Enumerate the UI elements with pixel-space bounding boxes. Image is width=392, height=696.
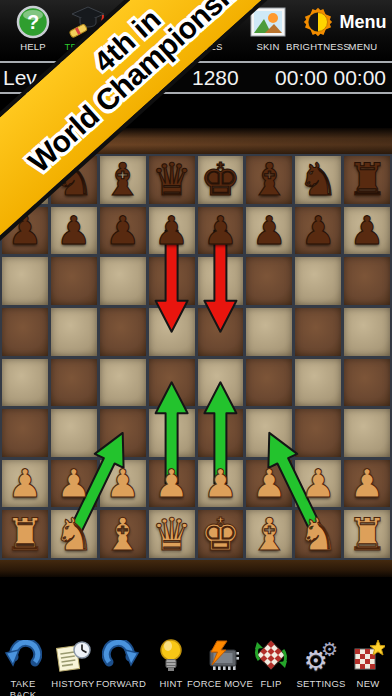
- flip-label: FLIP: [249, 678, 293, 689]
- black-king-e8[interactable]: ♚: [198, 156, 244, 204]
- square-g3[interactable]: [295, 409, 341, 457]
- redo-arrow-icon: [91, 636, 151, 674]
- square-f1[interactable]: ♝: [246, 510, 292, 558]
- flip-button[interactable]: FLIP: [249, 636, 293, 694]
- black-bishop-f8[interactable]: ♝: [246, 156, 292, 204]
- menu-text: Menu: [340, 12, 387, 33]
- square-h2[interactable]: ♟: [344, 460, 390, 508]
- square-g1[interactable]: ♞: [295, 510, 341, 558]
- square-g5[interactable]: [295, 308, 341, 356]
- square-d2[interactable]: ♟: [149, 460, 195, 508]
- square-d4[interactable]: [149, 359, 195, 407]
- white-bishop-c1[interactable]: ♝: [100, 510, 146, 558]
- chess-app-screen: ? HELP TRAINING MODE: [0, 0, 392, 696]
- square-a1[interactable]: ♜: [2, 510, 48, 558]
- black-pawn-b7[interactable]: ♟: [51, 207, 97, 255]
- white-knight-g1[interactable]: ♞: [295, 510, 341, 558]
- square-b2[interactable]: ♟: [51, 460, 97, 508]
- white-pawn-h2[interactable]: ♟: [344, 460, 390, 508]
- square-e8[interactable]: ♚: [198, 156, 244, 204]
- square-e3[interactable]: [198, 409, 244, 457]
- square-g6[interactable]: [295, 257, 341, 305]
- square-h8[interactable]: ♜: [344, 156, 390, 204]
- take-back-label: TAKE BACK: [0, 678, 50, 696]
- square-f3[interactable]: [246, 409, 292, 457]
- square-f4[interactable]: [246, 359, 292, 407]
- square-a2[interactable]: ♟: [2, 460, 48, 508]
- square-c3[interactable]: [100, 409, 146, 457]
- gears-icon: ⚙⚙: [290, 636, 352, 674]
- square-b5[interactable]: [51, 308, 97, 356]
- white-knight-b1[interactable]: ♞: [51, 510, 97, 558]
- square-b6[interactable]: [51, 257, 97, 305]
- square-c6[interactable]: [100, 257, 146, 305]
- square-a6[interactable]: [2, 257, 48, 305]
- square-b3[interactable]: [51, 409, 97, 457]
- black-queen-d8[interactable]: ♛: [149, 156, 195, 204]
- square-a4[interactable]: [2, 359, 48, 407]
- white-pawn-e2[interactable]: ♟: [198, 460, 244, 508]
- square-d7[interactable]: ♟: [149, 207, 195, 255]
- menu-button[interactable]: Menu MENU: [335, 2, 391, 60]
- chip-lightning-icon: [185, 636, 255, 674]
- white-queen-d1[interactable]: ♛: [149, 510, 195, 558]
- force-move-button[interactable]: FORCE MOVE: [185, 636, 255, 694]
- square-d6[interactable]: [149, 257, 195, 305]
- white-pawn-f2[interactable]: ♟: [246, 460, 292, 508]
- black-knight-g8[interactable]: ♞: [295, 156, 341, 204]
- square-b1[interactable]: ♞: [51, 510, 97, 558]
- help-button[interactable]: ? HELP: [5, 2, 61, 60]
- help-label: HELP: [5, 42, 61, 52]
- black-rook-h8[interactable]: ♜: [344, 156, 390, 204]
- square-b7[interactable]: ♟: [51, 207, 97, 255]
- square-e2[interactable]: ♟: [198, 460, 244, 508]
- white-bishop-f1[interactable]: ♝: [246, 510, 292, 558]
- forward-button[interactable]: FORWARD: [91, 636, 151, 694]
- force-move-label: FORCE MOVE: [185, 678, 255, 689]
- square-c2[interactable]: ♟: [100, 460, 146, 508]
- square-h1[interactable]: ♜: [344, 510, 390, 558]
- square-a5[interactable]: [2, 308, 48, 356]
- help-icon: ?: [5, 2, 61, 42]
- black-pawn-f7[interactable]: ♟: [246, 207, 292, 255]
- black-pawn-c7[interactable]: ♟: [100, 207, 146, 255]
- square-d3[interactable]: [149, 409, 195, 457]
- rating-value: 1280: [192, 66, 239, 90]
- square-e1[interactable]: ♚: [198, 510, 244, 558]
- flip-board-icon: [249, 636, 293, 674]
- board-frame-bottom: [0, 560, 392, 577]
- board-squares: ♜♞♝♛♚♝♞♜♟♟♟♟♟♟♟♟♟♟♟♟♟♟♟♟♜♞♝♛♚♝♞♜: [0, 154, 392, 560]
- black-pawn-e7[interactable]: ♟: [198, 207, 244, 255]
- bottom-toolbar: TAKE BACK HISTORY: [0, 630, 392, 696]
- black-pawn-h7[interactable]: ♟: [344, 207, 390, 255]
- settings-label: SETTINGS: [290, 678, 352, 689]
- square-h3[interactable]: [344, 409, 390, 457]
- new-label: NEW: [346, 678, 390, 689]
- square-e5[interactable]: [198, 308, 244, 356]
- new-board-star-icon: [346, 636, 390, 674]
- square-c8[interactable]: ♝: [100, 156, 146, 204]
- black-pawn-d7[interactable]: ♟: [149, 207, 195, 255]
- forward-label: FORWARD: [91, 678, 151, 689]
- new-game-button[interactable]: NEW: [346, 636, 390, 694]
- square-f2[interactable]: ♟: [246, 460, 292, 508]
- white-pawn-a2[interactable]: ♟: [2, 460, 48, 508]
- square-g2[interactable]: ♟: [295, 460, 341, 508]
- square-f6[interactable]: [246, 257, 292, 305]
- white-pawn-d2[interactable]: ♟: [149, 460, 195, 508]
- menu-label: MENU: [335, 42, 391, 52]
- square-e4[interactable]: [198, 359, 244, 407]
- square-c5[interactable]: [100, 308, 146, 356]
- settings-button[interactable]: ⚙⚙ SETTINGS: [290, 636, 352, 694]
- square-a3[interactable]: [2, 409, 48, 457]
- take-back-button[interactable]: TAKE BACK: [0, 636, 50, 694]
- square-f8[interactable]: ♝: [246, 156, 292, 204]
- square-b4[interactable]: [51, 359, 97, 407]
- square-f5[interactable]: [246, 308, 292, 356]
- square-h6[interactable]: [344, 257, 390, 305]
- black-bishop-c8[interactable]: ♝: [100, 156, 146, 204]
- black-pawn-g7[interactable]: ♟: [295, 207, 341, 255]
- square-g7[interactable]: ♟: [295, 207, 341, 255]
- svg-text:?: ?: [27, 11, 39, 33]
- undo-arrow-icon: [0, 636, 50, 674]
- white-pawn-b2[interactable]: ♟: [51, 460, 97, 508]
- square-g8[interactable]: ♞: [295, 156, 341, 204]
- square-f7[interactable]: ♟: [246, 207, 292, 255]
- square-e6[interactable]: [198, 257, 244, 305]
- chess-board: ♜♞♝♛♚♝♞♜♟♟♟♟♟♟♟♟♟♟♟♟♟♟♟♟♜♞♝♛♚♝♞♜: [0, 128, 392, 577]
- white-rook-a1[interactable]: ♜: [2, 510, 48, 558]
- square-d8[interactable]: ♛: [149, 156, 195, 204]
- square-c1[interactable]: ♝: [100, 510, 146, 558]
- square-h7[interactable]: ♟: [344, 207, 390, 255]
- square-h4[interactable]: [344, 359, 390, 407]
- square-g4[interactable]: [295, 359, 341, 407]
- white-pawn-g2[interactable]: ♟: [295, 460, 341, 508]
- white-pawn-c2[interactable]: ♟: [100, 460, 146, 508]
- game-clocks: 00:00 00:00: [275, 66, 386, 90]
- square-c7[interactable]: ♟: [100, 207, 146, 255]
- white-rook-h1[interactable]: ♜: [344, 510, 390, 558]
- white-king-e1[interactable]: ♚: [198, 510, 244, 558]
- square-e7[interactable]: ♟: [198, 207, 244, 255]
- square-d1[interactable]: ♛: [149, 510, 195, 558]
- square-h5[interactable]: [344, 308, 390, 356]
- square-c4[interactable]: [100, 359, 146, 407]
- square-d5[interactable]: [149, 308, 195, 356]
